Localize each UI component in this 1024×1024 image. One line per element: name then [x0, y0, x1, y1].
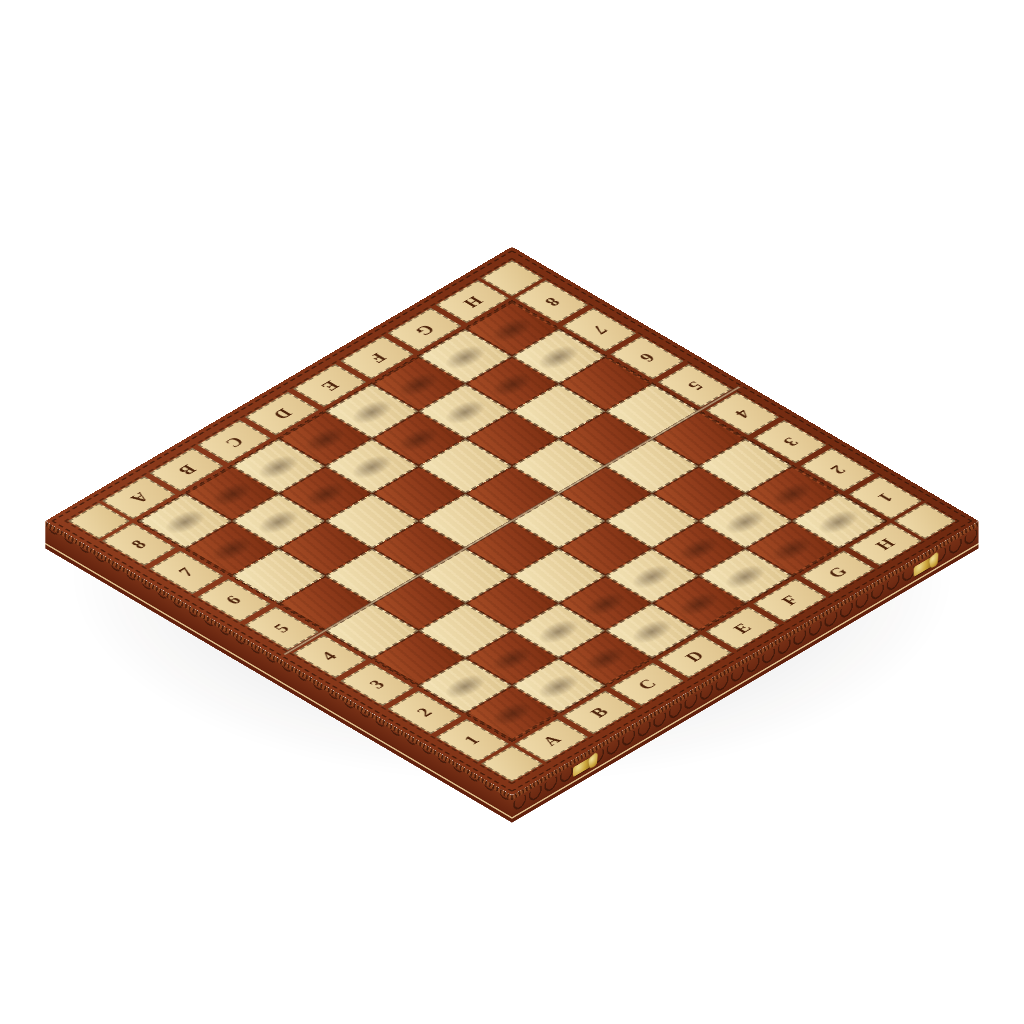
coordinate-text: 4: [730, 406, 755, 421]
latch-hook: [929, 550, 939, 570]
coordinate-text: 8: [126, 537, 151, 552]
coordinate-text: A: [538, 732, 566, 749]
coordinate-text: 3: [364, 677, 389, 692]
coordinate-text: 6: [634, 350, 659, 365]
black-pawn-glyph: ♟: [201, 483, 264, 553]
chess-set-photo: ABCDEFGH ABCDEFGH 87654321 87654321 ♜♞♝♛…: [0, 0, 1024, 1024]
coordinate-text: 4: [317, 649, 342, 664]
coordinate-text: G: [823, 564, 852, 581]
coordinate-text: 1: [460, 733, 485, 748]
coordinate-text: D: [680, 648, 708, 665]
coordinate-text: H: [871, 536, 900, 553]
coordinate-text: B: [586, 704, 614, 720]
latch-plate: [913, 557, 931, 578]
coordinate-text: 6: [222, 593, 247, 608]
white-rook-glyph: ♜: [473, 632, 550, 718]
coordinate-text: 7: [174, 565, 199, 580]
coordinate-text: C: [633, 676, 661, 693]
coordinate-text: F: [777, 593, 804, 609]
coordinate-text: 5: [682, 378, 707, 393]
latch-plate: [573, 757, 591, 778]
coordinate-text: 5: [269, 621, 294, 636]
coordinate-text: E: [728, 620, 756, 636]
square-d5[interactable]: [419, 494, 512, 549]
latch-hook: [588, 750, 598, 770]
coordinate-text: 2: [412, 705, 437, 720]
coordinate-text: 7: [587, 322, 612, 337]
square-c6[interactable]: [325, 494, 418, 549]
